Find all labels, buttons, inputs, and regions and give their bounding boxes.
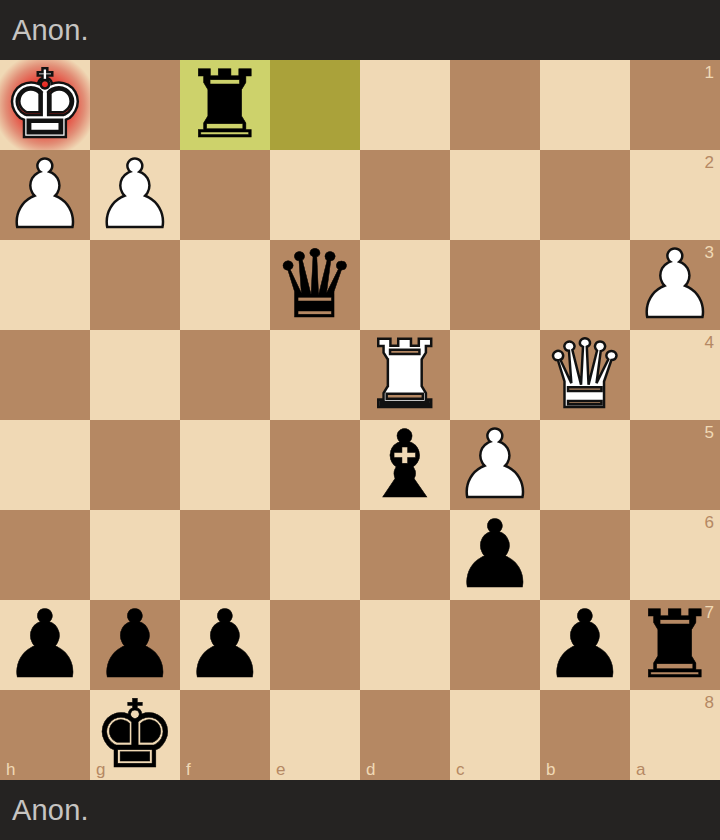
square-f6[interactable]	[180, 510, 270, 600]
white-king[interactable]: ♚	[0, 60, 90, 150]
square-a6[interactable]: 6	[630, 510, 720, 600]
bottom-player-name: Anon.	[12, 796, 89, 825]
file-label-a: a	[636, 761, 645, 778]
square-h8[interactable]: h	[0, 690, 90, 780]
rank-label-6: 6	[705, 514, 714, 531]
square-e1[interactable]	[270, 60, 360, 150]
square-b5[interactable]	[540, 420, 630, 510]
rank-label-8: 8	[705, 694, 714, 711]
square-d2[interactable]	[360, 150, 450, 240]
square-g6[interactable]	[90, 510, 180, 600]
square-g7[interactable]: ♟	[90, 600, 180, 690]
square-b2[interactable]	[540, 150, 630, 240]
square-a5[interactable]: 5	[630, 420, 720, 510]
rank-label-5: 5	[705, 424, 714, 441]
square-a2[interactable]: 2	[630, 150, 720, 240]
square-e5[interactable]	[270, 420, 360, 510]
square-f8[interactable]: f	[180, 690, 270, 780]
black-pawn[interactable]: ♟	[90, 600, 180, 690]
square-a3[interactable]: ♟3	[630, 240, 720, 330]
square-c4[interactable]	[450, 330, 540, 420]
black-bishop[interactable]: ♝	[360, 420, 450, 510]
square-e2[interactable]	[270, 150, 360, 240]
black-pawn[interactable]: ♟	[540, 600, 630, 690]
file-label-c: c	[456, 761, 465, 778]
bottom-player-bar: Anon.	[0, 780, 720, 840]
square-a1[interactable]: 1	[630, 60, 720, 150]
square-f7[interactable]: ♟	[180, 600, 270, 690]
black-pawn[interactable]: ♟	[180, 600, 270, 690]
square-f2[interactable]	[180, 150, 270, 240]
white-pawn[interactable]: ♟	[90, 150, 180, 240]
square-g4[interactable]	[90, 330, 180, 420]
square-d8[interactable]: d	[360, 690, 450, 780]
square-c7[interactable]	[450, 600, 540, 690]
chess-app: Anon. ♚♜1♟♟2♛♟3♜♛4♝♟5♟6♟♟♟♟♜7h♚gfedcb8a …	[0, 0, 720, 840]
square-g8[interactable]: ♚g	[90, 690, 180, 780]
square-e8[interactable]: e	[270, 690, 360, 780]
square-b7[interactable]: ♟	[540, 600, 630, 690]
square-f3[interactable]	[180, 240, 270, 330]
square-h6[interactable]	[0, 510, 90, 600]
file-label-f: f	[186, 761, 191, 778]
square-b8[interactable]: b	[540, 690, 630, 780]
black-pawn[interactable]: ♟	[0, 600, 90, 690]
square-b4[interactable]: ♛	[540, 330, 630, 420]
file-label-g: g	[96, 761, 105, 778]
square-b6[interactable]	[540, 510, 630, 600]
black-queen[interactable]: ♛	[270, 240, 360, 330]
rank-label-4: 4	[705, 334, 714, 351]
rank-label-2: 2	[705, 154, 714, 171]
rank-label-7: 7	[705, 604, 714, 621]
rank-label-1: 1	[705, 64, 714, 81]
white-pawn[interactable]: ♟	[0, 150, 90, 240]
square-e6[interactable]	[270, 510, 360, 600]
square-d5[interactable]: ♝	[360, 420, 450, 510]
square-e7[interactable]	[270, 600, 360, 690]
square-e4[interactable]	[270, 330, 360, 420]
file-label-e: e	[276, 761, 285, 778]
square-d3[interactable]	[360, 240, 450, 330]
square-f5[interactable]	[180, 420, 270, 510]
square-b3[interactable]	[540, 240, 630, 330]
square-h1[interactable]: ♚	[0, 60, 90, 150]
square-c2[interactable]	[450, 150, 540, 240]
rank-label-3: 3	[705, 244, 714, 261]
white-rook[interactable]: ♜	[360, 330, 450, 420]
square-a4[interactable]: 4	[630, 330, 720, 420]
square-g2[interactable]: ♟	[90, 150, 180, 240]
square-d4[interactable]: ♜	[360, 330, 450, 420]
square-h2[interactable]: ♟	[0, 150, 90, 240]
square-h4[interactable]	[0, 330, 90, 420]
file-label-d: d	[366, 761, 375, 778]
top-player-name: Anon.	[12, 16, 89, 45]
square-c5[interactable]: ♟	[450, 420, 540, 510]
square-c8[interactable]: c	[450, 690, 540, 780]
square-h3[interactable]	[0, 240, 90, 330]
square-h7[interactable]: ♟	[0, 600, 90, 690]
square-c6[interactable]: ♟	[450, 510, 540, 600]
black-rook[interactable]: ♜	[180, 60, 270, 150]
file-label-b: b	[546, 761, 555, 778]
square-f1[interactable]: ♜	[180, 60, 270, 150]
square-d1[interactable]	[360, 60, 450, 150]
file-label-h: h	[6, 761, 15, 778]
square-d6[interactable]	[360, 510, 450, 600]
square-c1[interactable]	[450, 60, 540, 150]
black-pawn[interactable]: ♟	[450, 510, 540, 600]
chess-board: ♚♜1♟♟2♛♟3♜♛4♝♟5♟6♟♟♟♟♜7h♚gfedcb8a	[0, 60, 720, 780]
square-g1[interactable]	[90, 60, 180, 150]
square-f4[interactable]	[180, 330, 270, 420]
square-e3[interactable]: ♛	[270, 240, 360, 330]
white-pawn[interactable]: ♟	[450, 420, 540, 510]
square-a8[interactable]: 8a	[630, 690, 720, 780]
top-player-bar: Anon.	[0, 0, 720, 60]
square-g3[interactable]	[90, 240, 180, 330]
square-g5[interactable]	[90, 420, 180, 510]
white-queen[interactable]: ♛	[540, 330, 630, 420]
square-b1[interactable]	[540, 60, 630, 150]
square-h5[interactable]	[0, 420, 90, 510]
square-d7[interactable]	[360, 600, 450, 690]
square-c3[interactable]	[450, 240, 540, 330]
square-a7[interactable]: ♜7	[630, 600, 720, 690]
